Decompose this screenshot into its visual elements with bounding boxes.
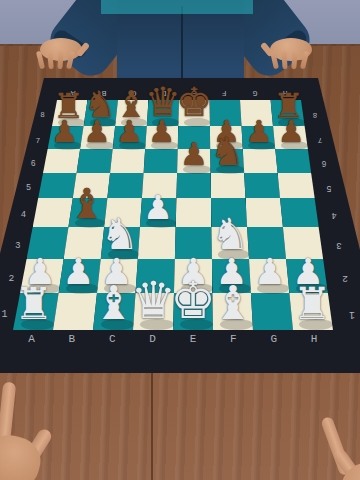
coord-rank-2-right: 2 [343,273,349,284]
piece-white-pawn-b2[interactable]: ♟ [62,253,94,289]
square-a4[interactable] [33,198,73,227]
piece-white-bishop-f1[interactable]: ♝ [212,280,254,326]
player-hand-right [320,410,360,480]
coord-file-e-near: E [190,333,197,345]
coord-rank-5-right: 5 [326,183,331,193]
coord-file-b-near: B [69,333,76,345]
piece-white-pawn-d4[interactable]: ♟ [143,191,173,224]
piece-black-pawn-a7[interactable]: ♟ [51,116,78,146]
piece-white-rook-h1[interactable]: ♜ [293,282,332,326]
coord-file-h-near: H [311,333,318,345]
coord-rank-8-right: 8 [313,111,318,119]
square-c5[interactable] [107,173,143,198]
square-a6[interactable] [43,149,80,173]
square-d6[interactable] [144,149,178,173]
piece-white-pawn-g2[interactable]: ♟ [254,253,286,289]
square-b6[interactable] [77,149,113,173]
square-h4[interactable] [280,198,319,227]
piece-black-pawn-h7[interactable]: ♟ [278,116,305,146]
player-hand-left [0,378,62,480]
coord-rank-4-right: 4 [331,210,336,220]
piece-white-king-e1[interactable]: ♚ [170,275,216,326]
square-b1[interactable] [53,293,97,330]
coord-rank-5-left: 5 [26,183,31,193]
square-g5[interactable] [244,173,280,198]
piece-black-pawn-b7[interactable]: ♟ [83,116,110,146]
coord-rank-1-left: 1 [2,308,8,319]
coord-rank-3-right: 3 [337,240,343,251]
coord-rank-1-right: 1 [349,308,355,319]
coord-rank-7-left: 7 [35,135,40,144]
coord-rank-6-right: 6 [322,159,327,168]
piece-white-rook-a1[interactable]: ♜ [14,282,53,326]
coord-rank-7-right: 7 [318,135,323,144]
coord-file-c-near: C [109,333,116,345]
coord-file-f-far: F [222,89,227,98]
piece-black-pawn-e6[interactable]: ♟ [180,139,208,170]
square-c6[interactable] [110,149,145,173]
piece-black-pawn-c7[interactable]: ♟ [116,116,143,146]
coord-rank-4-left: 4 [21,210,26,220]
coord-file-g-far: G [252,89,257,98]
piece-black-king-e8[interactable]: ♚ [176,83,212,123]
piece-black-pawn-g7[interactable]: ♟ [245,116,272,146]
coord-file-g-near: G [270,333,277,345]
square-e5[interactable] [176,173,211,198]
square-g4[interactable] [246,198,283,227]
square-g1[interactable] [251,293,293,330]
square-h6[interactable] [275,149,311,173]
piece-black-pawn-d7[interactable]: ♟ [148,116,175,146]
game-scene: AABBCCDDEEFFGGHH1122334455667788♜♞♝♛♚♜♟♟… [0,0,360,480]
coord-rank-8-left: 8 [40,111,45,119]
square-g6[interactable] [243,149,278,173]
piece-white-bishop-c1[interactable]: ♝ [93,280,135,326]
coord-file-f-near: F [230,333,237,345]
coord-rank-6-left: 6 [31,159,36,168]
square-e4[interactable] [176,198,212,227]
coord-rank-3-left: 3 [15,240,21,251]
square-d3[interactable] [138,227,176,259]
square-f5[interactable] [211,173,246,198]
square-h5[interactable] [278,173,315,198]
coord-file-d-near: D [149,333,156,345]
coord-file-a-near: A [28,333,35,345]
piece-black-knight-f6[interactable]: ♞ [210,132,245,171]
